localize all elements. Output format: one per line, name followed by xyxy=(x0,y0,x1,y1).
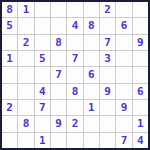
cell-r7c2[interactable] xyxy=(18,100,33,115)
cell-r2c3[interactable] xyxy=(35,18,50,33)
cell-r1c4[interactable] xyxy=(51,2,66,17)
cell-r4c2[interactable] xyxy=(18,51,33,66)
cell-r3c7[interactable]: 7 xyxy=(100,35,115,50)
cell-r4c8[interactable] xyxy=(116,51,131,66)
cell-r3c8[interactable] xyxy=(116,35,131,50)
cell-r2c6[interactable]: 8 xyxy=(84,18,99,33)
cell-r8c6[interactable] xyxy=(84,116,99,131)
cell-r9c2[interactable] xyxy=(18,133,33,148)
cell-r4c7[interactable]: 3 xyxy=(100,51,115,66)
cell-r3c3[interactable] xyxy=(35,35,50,50)
cell-r9c8[interactable]: 7 xyxy=(116,133,131,148)
cell-r6c1[interactable] xyxy=(2,84,17,99)
cell-r8c9[interactable]: 1 xyxy=(133,116,148,131)
cell-r9c7[interactable] xyxy=(100,133,115,148)
cell-r4c1[interactable]: 1 xyxy=(2,51,17,66)
cell-r4c4[interactable] xyxy=(51,51,66,66)
cell-r7c6[interactable]: 1 xyxy=(84,100,99,115)
cell-r5c7[interactable] xyxy=(100,67,115,82)
cell-r6c3[interactable]: 4 xyxy=(35,84,50,99)
cell-r8c5[interactable]: 2 xyxy=(67,116,82,131)
cell-r4c6[interactable] xyxy=(84,51,99,66)
cell-r5c9[interactable] xyxy=(133,67,148,82)
cell-r6c2[interactable] xyxy=(18,84,33,99)
cell-r3c4[interactable]: 8 xyxy=(51,35,66,50)
cell-r6c6[interactable] xyxy=(84,84,99,99)
cell-r8c7[interactable] xyxy=(100,116,115,131)
cell-r2c4[interactable] xyxy=(51,18,66,33)
cell-r7c4[interactable] xyxy=(51,100,66,115)
cell-r2c7[interactable] xyxy=(100,18,115,33)
cell-r1c8[interactable] xyxy=(116,2,131,17)
cell-r1c3[interactable] xyxy=(35,2,50,17)
cell-r6c4[interactable] xyxy=(51,84,66,99)
cell-r7c9[interactable] xyxy=(133,100,148,115)
cell-r9c9[interactable]: 4 xyxy=(133,133,148,148)
cell-r1c1[interactable]: 8 xyxy=(2,2,17,17)
cell-r5c4[interactable]: 7 xyxy=(51,67,66,82)
cell-r1c9[interactable] xyxy=(133,2,148,17)
cell-r9c5[interactable] xyxy=(67,133,82,148)
cell-r8c2[interactable]: 8 xyxy=(18,116,33,131)
cell-r3c1[interactable] xyxy=(2,35,17,50)
cell-r7c7[interactable] xyxy=(100,100,115,115)
cell-r6c7[interactable]: 9 xyxy=(100,84,115,99)
cell-r5c5[interactable] xyxy=(67,67,82,82)
cell-r3c6[interactable] xyxy=(84,35,99,50)
cell-r2c8[interactable]: 6 xyxy=(116,18,131,33)
cell-r9c6[interactable] xyxy=(84,133,99,148)
cell-r4c5[interactable]: 7 xyxy=(67,51,82,66)
cell-r7c1[interactable]: 2 xyxy=(2,100,17,115)
cell-r2c5[interactable]: 4 xyxy=(67,18,82,33)
cell-r5c8[interactable] xyxy=(116,67,131,82)
cell-r8c1[interactable] xyxy=(2,116,17,131)
cell-r6c8[interactable] xyxy=(116,84,131,99)
cell-r1c2[interactable]: 1 xyxy=(18,2,33,17)
cell-r4c3[interactable]: 5 xyxy=(35,51,50,66)
cell-r5c3[interactable] xyxy=(35,67,50,82)
cell-r3c5[interactable] xyxy=(67,35,82,50)
cell-r2c9[interactable] xyxy=(133,18,148,33)
cell-r1c7[interactable]: 2 xyxy=(100,2,115,17)
sudoku-board: 81254862879157376489627198921174 xyxy=(0,0,150,150)
cell-r8c3[interactable] xyxy=(35,116,50,131)
cell-r5c1[interactable] xyxy=(2,67,17,82)
cell-r7c3[interactable]: 7 xyxy=(35,100,50,115)
cell-r1c5[interactable] xyxy=(67,2,82,17)
cell-r5c2[interactable] xyxy=(18,67,33,82)
cell-r2c1[interactable]: 5 xyxy=(2,18,17,33)
cell-r5c6[interactable]: 6 xyxy=(84,67,99,82)
cell-r6c5[interactable]: 8 xyxy=(67,84,82,99)
cell-r3c2[interactable]: 2 xyxy=(18,35,33,50)
cell-r7c5[interactable] xyxy=(67,100,82,115)
cell-r9c1[interactable] xyxy=(2,133,17,148)
cell-r9c3[interactable]: 1 xyxy=(35,133,50,148)
cell-r3c9[interactable]: 9 xyxy=(133,35,148,50)
cell-r9c4[interactable] xyxy=(51,133,66,148)
cell-r7c8[interactable]: 9 xyxy=(116,100,131,115)
cell-r8c8[interactable] xyxy=(116,116,131,131)
cell-r2c2[interactable] xyxy=(18,18,33,33)
cell-r6c9[interactable]: 6 xyxy=(133,84,148,99)
cell-r1c6[interactable] xyxy=(84,2,99,17)
cell-r8c4[interactable]: 9 xyxy=(51,116,66,131)
cell-r4c9[interactable] xyxy=(133,51,148,66)
